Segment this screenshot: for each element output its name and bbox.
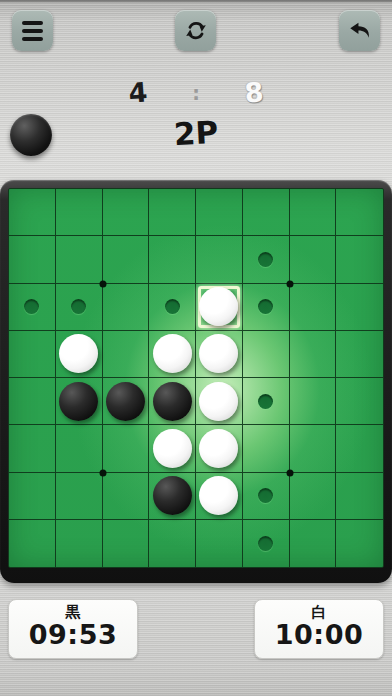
cell-b2[interactable] [56, 236, 103, 283]
cell-a2[interactable] [9, 236, 56, 283]
legal-move-dot-f2 [258, 252, 273, 267]
legal-move-dot-f3 [258, 299, 273, 314]
cell-b1[interactable] [56, 189, 103, 236]
cell-c4[interactable] [103, 331, 150, 378]
cell-c2[interactable] [103, 236, 150, 283]
cell-f5[interactable] [243, 378, 290, 425]
board-frame [0, 180, 392, 583]
cell-a1[interactable] [9, 189, 56, 236]
cell-g8[interactable] [290, 520, 337, 567]
star-point [99, 280, 106, 287]
cell-h1[interactable] [336, 189, 383, 236]
white-timer-value: 10:00 [255, 621, 383, 649]
score-separator: : [169, 82, 223, 104]
cell-g4[interactable] [290, 331, 337, 378]
cell-c5[interactable] [103, 378, 150, 425]
menu-button[interactable] [12, 10, 53, 51]
disc-black-b5 [59, 382, 98, 421]
cell-e6[interactable] [196, 425, 243, 472]
cell-h2[interactable] [336, 236, 383, 283]
board-grid[interactable] [8, 188, 384, 568]
game-screen: 4 : 8 2P 黒 09:53 白 10:00 [0, 0, 392, 696]
cell-b6[interactable] [56, 425, 103, 472]
cell-h3[interactable] [336, 284, 383, 331]
cell-f8[interactable] [243, 520, 290, 567]
cell-h5[interactable] [336, 378, 383, 425]
star-point [99, 469, 106, 476]
cell-e5[interactable] [196, 378, 243, 425]
legal-move-dot-f8 [258, 536, 273, 551]
legal-move-dot-a3 [24, 299, 39, 314]
cell-b5[interactable] [56, 378, 103, 425]
cell-h7[interactable] [336, 473, 383, 520]
undo-button[interactable] [339, 10, 380, 51]
cell-c6[interactable] [103, 425, 150, 472]
cell-a4[interactable] [9, 331, 56, 378]
cell-d4[interactable] [149, 331, 196, 378]
disc-black-d5 [153, 382, 192, 421]
cell-c8[interactable] [103, 520, 150, 567]
cell-a6[interactable] [9, 425, 56, 472]
cell-f1[interactable] [243, 189, 290, 236]
cell-d3[interactable] [149, 284, 196, 331]
cell-b3[interactable] [56, 284, 103, 331]
cell-e8[interactable] [196, 520, 243, 567]
legal-move-dot-d3 [165, 299, 180, 314]
legal-move-dot-b3 [71, 299, 86, 314]
cell-d8[interactable] [149, 520, 196, 567]
cell-g7[interactable] [290, 473, 337, 520]
disc-white-e6 [199, 429, 238, 468]
cell-e4[interactable] [196, 331, 243, 378]
disc-black-d7 [153, 476, 192, 515]
cell-e7[interactable] [196, 473, 243, 520]
disc-white-e4 [199, 334, 238, 373]
black-score: 4 [110, 75, 166, 110]
cell-h8[interactable] [336, 520, 383, 567]
cell-c7[interactable] [103, 473, 150, 520]
cell-f3[interactable] [243, 284, 290, 331]
refresh-icon [182, 17, 210, 45]
cell-c1[interactable] [103, 189, 150, 236]
cell-e3[interactable] [196, 284, 243, 331]
disc-white-d4 [153, 334, 192, 373]
cell-b7[interactable] [56, 473, 103, 520]
cell-g5[interactable] [290, 378, 337, 425]
cell-f6[interactable] [243, 425, 290, 472]
new-game-button[interactable] [175, 10, 216, 51]
cell-f7[interactable] [243, 473, 290, 520]
cell-g1[interactable] [290, 189, 337, 236]
mode-label: 2P [145, 112, 247, 153]
cell-b4[interactable] [56, 331, 103, 378]
cell-e1[interactable] [196, 189, 243, 236]
cell-e2[interactable] [196, 236, 243, 283]
disc-white-e5 [199, 382, 238, 421]
cell-d2[interactable] [149, 236, 196, 283]
white-score: 8 [226, 75, 282, 111]
disc-white-e7 [199, 476, 238, 515]
white-timer-panel: 白 10:00 [254, 599, 384, 659]
cell-d6[interactable] [149, 425, 196, 472]
disc-black-c5 [106, 382, 145, 421]
cell-b8[interactable] [56, 520, 103, 567]
legal-move-dot-f5 [258, 394, 273, 409]
cell-g2[interactable] [290, 236, 337, 283]
cell-a5[interactable] [9, 378, 56, 425]
cell-d1[interactable] [149, 189, 196, 236]
cell-g6[interactable] [290, 425, 337, 472]
turn-indicator-black-disc [10, 114, 52, 156]
cell-d7[interactable] [149, 473, 196, 520]
cell-a8[interactable] [9, 520, 56, 567]
cell-a3[interactable] [9, 284, 56, 331]
cell-h4[interactable] [336, 331, 383, 378]
black-timer-value: 09:53 [9, 621, 137, 649]
cell-g3[interactable] [290, 284, 337, 331]
disc-white-b4 [59, 334, 98, 373]
cell-a7[interactable] [9, 473, 56, 520]
star-point [286, 469, 293, 476]
undo-arrow-icon [346, 17, 374, 45]
black-timer-panel: 黒 09:53 [8, 599, 138, 659]
legal-move-dot-f7 [258, 488, 273, 503]
hamburger-icon [22, 21, 43, 41]
cell-c3[interactable] [103, 284, 150, 331]
cell-f4[interactable] [243, 331, 290, 378]
cell-f2[interactable] [243, 236, 290, 283]
cell-h6[interactable] [336, 425, 383, 472]
disc-white-d6 [153, 429, 192, 468]
cell-d5[interactable] [149, 378, 196, 425]
star-point [286, 280, 293, 287]
